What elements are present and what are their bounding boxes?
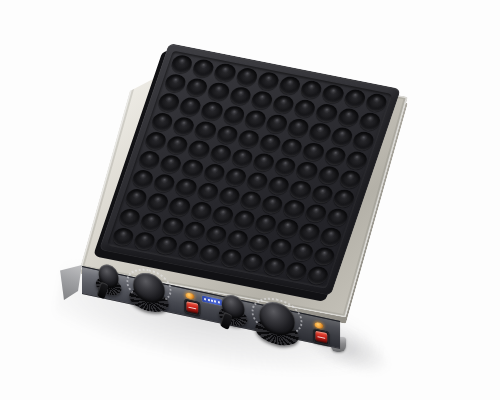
mold-cell	[316, 164, 342, 186]
mold-cell	[292, 98, 318, 120]
mold-cell	[257, 132, 283, 154]
mold-cell	[262, 256, 288, 278]
mold-cell	[240, 252, 266, 274]
mold-cell	[199, 100, 225, 122]
mold-cell	[255, 71, 281, 93]
mold-cell	[266, 175, 292, 197]
mold-cell	[301, 141, 327, 163]
mold-cell	[138, 211, 164, 233]
control-knob-3[interactable]	[219, 292, 248, 328]
mold-cell	[275, 218, 301, 240]
mold-cell	[288, 179, 314, 201]
mold-cell	[201, 162, 227, 184]
mold-cell	[175, 239, 201, 261]
mold-cell	[320, 83, 346, 105]
control-knob-1[interactable]	[96, 262, 122, 297]
control-knob-4[interactable]	[255, 298, 298, 349]
mold-cell	[188, 201, 214, 223]
mold-cell	[342, 88, 368, 110]
mold-cell	[149, 111, 175, 133]
mold-cell	[193, 120, 219, 142]
mold-cell	[145, 192, 171, 214]
mold-cell	[272, 156, 298, 178]
switch-rocker	[315, 331, 327, 344]
mold-cell	[290, 241, 316, 263]
mold-cell	[307, 122, 333, 144]
grill-product-photo	[0, 0, 500, 400]
mold-cell	[151, 173, 177, 195]
mold-cell	[229, 147, 255, 169]
mold-cell	[277, 75, 303, 97]
power-switch-right[interactable]	[313, 328, 329, 345]
mold-cell	[236, 128, 262, 150]
mold-cell	[218, 247, 244, 269]
mold-cell	[210, 205, 236, 227]
mold-cell	[110, 226, 136, 248]
mold-cell	[246, 233, 272, 255]
mold-cell	[283, 260, 309, 282]
mold-cell	[221, 105, 247, 127]
mold-cell	[253, 213, 279, 235]
mold-cell	[178, 96, 204, 118]
mold-cell	[156, 92, 182, 114]
mold-cell	[167, 196, 193, 218]
power-switch-left[interactable]	[184, 299, 200, 316]
mold-cell	[182, 220, 208, 242]
mold-cell	[214, 124, 240, 146]
mold-cell	[203, 224, 229, 246]
switch-rocker	[186, 301, 198, 314]
mold-cell	[268, 237, 294, 259]
mold-cell	[154, 235, 180, 257]
mold-cell	[322, 145, 348, 167]
mold-cell	[303, 203, 329, 225]
mold-cell	[123, 188, 149, 210]
mold-cell	[279, 137, 305, 159]
mold-cell	[136, 149, 162, 171]
mold-cell	[216, 186, 242, 208]
mold-cell	[259, 194, 285, 216]
mold-cell	[169, 53, 195, 75]
mold-cell	[223, 166, 249, 188]
mold-cell	[208, 143, 234, 165]
mold-cell	[299, 79, 325, 101]
mold-cell	[294, 160, 320, 182]
mold-cell	[184, 77, 210, 99]
mold-cell	[158, 154, 184, 176]
mold-cell	[162, 73, 188, 95]
mold-cell	[249, 90, 275, 112]
mold-cell	[117, 207, 143, 229]
mold-cell	[173, 177, 199, 199]
mold-cell	[143, 130, 169, 152]
mold-cell	[242, 109, 268, 131]
mold-cell	[244, 171, 270, 193]
mold-cell	[309, 184, 335, 206]
mold-cell	[335, 107, 361, 129]
mold-cell	[197, 243, 223, 265]
mold-cell	[281, 198, 307, 220]
mold-cell	[132, 230, 158, 252]
mold-cell	[225, 228, 251, 250]
mold-cell	[238, 190, 264, 212]
mold-cell	[314, 103, 340, 125]
mold-cell	[264, 113, 290, 135]
mold-cell	[165, 134, 191, 156]
mold-cell	[212, 62, 238, 84]
mold-cell	[195, 181, 221, 203]
mold-cell	[186, 139, 212, 161]
mold-cell	[270, 94, 296, 116]
mold-cell	[180, 158, 206, 180]
control-knob-2[interactable]	[129, 269, 168, 315]
mold-cell	[171, 115, 197, 137]
mold-cell	[160, 215, 186, 237]
mold-cell	[191, 58, 217, 80]
mold-cell	[251, 152, 277, 174]
mold-cell	[231, 209, 257, 231]
mold-cell	[206, 81, 232, 103]
mold-cell	[286, 118, 312, 140]
mold-cell	[329, 126, 355, 148]
mold-cell	[296, 222, 322, 244]
mold-cell	[130, 169, 156, 191]
mold-cell	[234, 66, 260, 88]
mold-cell	[227, 85, 253, 107]
